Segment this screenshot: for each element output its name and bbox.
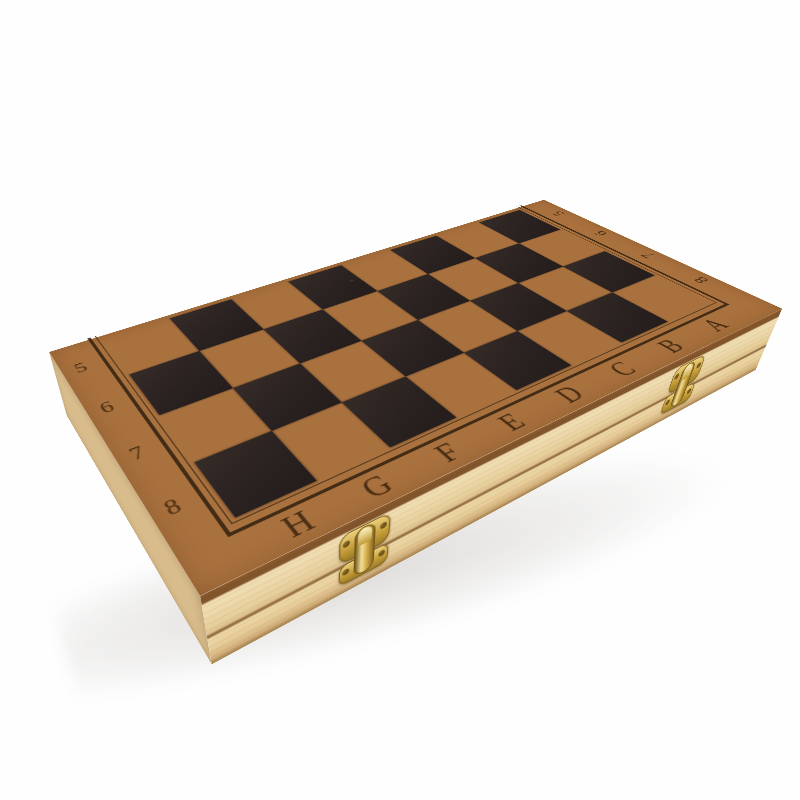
product-photo: 5678 5678 HGFEDCBA	[0, 0, 800, 800]
brass-latch-left	[338, 511, 390, 589]
scene: 5678 5678 HGFEDCBA	[0, 0, 800, 800]
